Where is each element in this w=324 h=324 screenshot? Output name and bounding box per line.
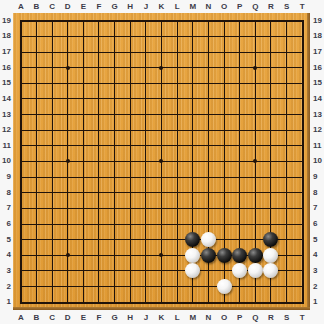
- intersection-O5[interactable]: [216, 232, 232, 248]
- intersection-H3[interactable]: [122, 263, 138, 279]
- intersection-F19[interactable]: [91, 13, 107, 29]
- intersection-E5[interactable]: [76, 232, 92, 248]
- intersection-S17[interactable]: [279, 44, 295, 60]
- intersection-F15[interactable]: [91, 76, 107, 92]
- intersection-G2[interactable]: [107, 279, 123, 295]
- intersection-H5[interactable]: [122, 232, 138, 248]
- intersection-E17[interactable]: [76, 44, 92, 60]
- intersection-J3[interactable]: [138, 263, 154, 279]
- intersection-P15[interactable]: [232, 76, 248, 92]
- intersection-L16[interactable]: [169, 60, 185, 76]
- intersection-K4[interactable]: [154, 247, 170, 263]
- intersection-F7[interactable]: [91, 201, 107, 217]
- intersection-B15[interactable]: [29, 76, 45, 92]
- intersection-G19[interactable]: [107, 13, 123, 29]
- intersection-E13[interactable]: [76, 107, 92, 123]
- intersection-S6[interactable]: [279, 216, 295, 232]
- intersection-K5[interactable]: [154, 232, 170, 248]
- intersection-A16[interactable]: [13, 60, 29, 76]
- intersection-E3[interactable]: [76, 263, 92, 279]
- intersection-F6[interactable]: [91, 216, 107, 232]
- intersection-D19[interactable]: [60, 13, 76, 29]
- intersection-L9[interactable]: [169, 169, 185, 185]
- intersection-N6[interactable]: [201, 216, 217, 232]
- intersection-H9[interactable]: [122, 169, 138, 185]
- intersection-L17[interactable]: [169, 44, 185, 60]
- intersection-Q6[interactable]: [247, 216, 263, 232]
- intersection-E2[interactable]: [76, 279, 92, 295]
- intersection-H2[interactable]: [122, 279, 138, 295]
- intersection-B2[interactable]: [29, 279, 45, 295]
- intersection-S16[interactable]: [279, 60, 295, 76]
- intersection-P11[interactable]: [232, 138, 248, 154]
- intersection-S10[interactable]: [279, 154, 295, 170]
- intersection-N18[interactable]: [201, 29, 217, 45]
- intersection-B10[interactable]: [29, 154, 45, 170]
- intersection-R11[interactable]: [263, 138, 279, 154]
- intersection-D4[interactable]: [60, 247, 76, 263]
- intersection-P9[interactable]: [232, 169, 248, 185]
- intersection-O13[interactable]: [216, 107, 232, 123]
- intersection-A13[interactable]: [13, 107, 29, 123]
- intersection-J4[interactable]: [138, 247, 154, 263]
- intersection-F10[interactable]: [91, 154, 107, 170]
- intersection-C14[interactable]: [44, 91, 60, 107]
- intersection-D17[interactable]: [60, 44, 76, 60]
- intersection-K12[interactable]: [154, 122, 170, 138]
- intersection-R8[interactable]: [263, 185, 279, 201]
- intersection-B18[interactable]: [29, 29, 45, 45]
- intersection-B14[interactable]: [29, 91, 45, 107]
- intersection-M19[interactable]: [185, 13, 201, 29]
- intersection-B13[interactable]: [29, 107, 45, 123]
- intersection-G10[interactable]: [107, 154, 123, 170]
- intersection-L5[interactable]: [169, 232, 185, 248]
- intersection-C10[interactable]: [44, 154, 60, 170]
- intersection-N13[interactable]: [201, 107, 217, 123]
- intersection-D13[interactable]: [60, 107, 76, 123]
- intersection-L10[interactable]: [169, 154, 185, 170]
- intersection-E15[interactable]: [76, 76, 92, 92]
- intersection-M16[interactable]: [185, 60, 201, 76]
- intersection-N11[interactable]: [201, 138, 217, 154]
- intersection-R19[interactable]: [263, 13, 279, 29]
- intersection-E7[interactable]: [76, 201, 92, 217]
- intersection-L7[interactable]: [169, 201, 185, 217]
- intersection-P13[interactable]: [232, 107, 248, 123]
- intersection-D12[interactable]: [60, 122, 76, 138]
- intersection-G13[interactable]: [107, 107, 123, 123]
- intersection-C7[interactable]: [44, 201, 60, 217]
- intersection-R13[interactable]: [263, 107, 279, 123]
- intersection-L4[interactable]: [169, 247, 185, 263]
- intersection-R10[interactable]: [263, 154, 279, 170]
- intersection-A17[interactable]: [13, 44, 29, 60]
- intersection-E9[interactable]: [76, 169, 92, 185]
- intersection-M4[interactable]: [185, 247, 201, 263]
- intersection-O9[interactable]: [216, 169, 232, 185]
- intersection-C2[interactable]: [44, 279, 60, 295]
- intersection-A11[interactable]: [13, 138, 29, 154]
- intersection-S8[interactable]: [279, 185, 295, 201]
- intersection-C19[interactable]: [44, 13, 60, 29]
- intersection-S3[interactable]: [279, 263, 295, 279]
- intersection-F12[interactable]: [91, 122, 107, 138]
- intersection-D8[interactable]: [60, 185, 76, 201]
- intersection-M10[interactable]: [185, 154, 201, 170]
- intersection-L3[interactable]: [169, 263, 185, 279]
- intersection-S2[interactable]: [279, 279, 295, 295]
- intersection-R12[interactable]: [263, 122, 279, 138]
- intersection-H10[interactable]: [122, 154, 138, 170]
- intersection-Q13[interactable]: [247, 107, 263, 123]
- intersection-D18[interactable]: [60, 29, 76, 45]
- intersection-R7[interactable]: [263, 201, 279, 217]
- intersection-Q16[interactable]: [247, 60, 263, 76]
- intersection-A7[interactable]: [13, 201, 29, 217]
- intersection-A18[interactable]: [13, 29, 29, 45]
- intersection-O4[interactable]: [216, 247, 232, 263]
- intersection-K3[interactable]: [154, 263, 170, 279]
- intersection-Q17[interactable]: [247, 44, 263, 60]
- intersection-A10[interactable]: [13, 154, 29, 170]
- intersection-Q5[interactable]: [247, 232, 263, 248]
- intersection-C17[interactable]: [44, 44, 60, 60]
- intersection-L13[interactable]: [169, 107, 185, 123]
- intersection-C13[interactable]: [44, 107, 60, 123]
- intersection-P10[interactable]: [232, 154, 248, 170]
- intersection-A3[interactable]: [13, 263, 29, 279]
- intersection-E14[interactable]: [76, 91, 92, 107]
- intersection-L19[interactable]: [169, 13, 185, 29]
- intersection-S14[interactable]: [279, 91, 295, 107]
- intersection-P16[interactable]: [232, 60, 248, 76]
- intersection-S5[interactable]: [279, 232, 295, 248]
- intersection-S13[interactable]: [279, 107, 295, 123]
- intersection-H7[interactable]: [122, 201, 138, 217]
- intersection-J6[interactable]: [138, 216, 154, 232]
- intersection-J2[interactable]: [138, 279, 154, 295]
- intersection-B5[interactable]: [29, 232, 45, 248]
- intersection-L15[interactable]: [169, 76, 185, 92]
- intersection-K9[interactable]: [154, 169, 170, 185]
- intersection-F18[interactable]: [91, 29, 107, 45]
- intersection-O18[interactable]: [216, 29, 232, 45]
- intersection-B16[interactable]: [29, 60, 45, 76]
- intersection-D3[interactable]: [60, 263, 76, 279]
- intersection-H4[interactable]: [122, 247, 138, 263]
- intersection-E12[interactable]: [76, 122, 92, 138]
- intersection-N15[interactable]: [201, 76, 217, 92]
- intersection-J18[interactable]: [138, 29, 154, 45]
- intersection-O14[interactable]: [216, 91, 232, 107]
- intersection-S9[interactable]: [279, 169, 295, 185]
- intersection-A15[interactable]: [13, 76, 29, 92]
- intersection-G11[interactable]: [107, 138, 123, 154]
- intersection-H6[interactable]: [122, 216, 138, 232]
- intersection-R16[interactable]: [263, 60, 279, 76]
- intersection-E6[interactable]: [76, 216, 92, 232]
- intersection-S12[interactable]: [279, 122, 295, 138]
- intersection-Q9[interactable]: [247, 169, 263, 185]
- intersection-Q15[interactable]: [247, 76, 263, 92]
- intersection-H15[interactable]: [122, 76, 138, 92]
- intersection-D5[interactable]: [60, 232, 76, 248]
- intersection-Q12[interactable]: [247, 122, 263, 138]
- intersection-H16[interactable]: [122, 60, 138, 76]
- intersection-B12[interactable]: [29, 122, 45, 138]
- intersection-E10[interactable]: [76, 154, 92, 170]
- intersection-L8[interactable]: [169, 185, 185, 201]
- intersection-Q2[interactable]: [247, 279, 263, 295]
- intersection-R2[interactable]: [263, 279, 279, 295]
- intersection-R5[interactable]: [263, 232, 279, 248]
- intersection-E18[interactable]: [76, 29, 92, 45]
- intersection-B4[interactable]: [29, 247, 45, 263]
- intersection-M8[interactable]: [185, 185, 201, 201]
- intersection-E19[interactable]: [76, 13, 92, 29]
- intersection-L2[interactable]: [169, 279, 185, 295]
- intersection-E11[interactable]: [76, 138, 92, 154]
- intersection-O17[interactable]: [216, 44, 232, 60]
- intersection-G5[interactable]: [107, 232, 123, 248]
- intersection-P18[interactable]: [232, 29, 248, 45]
- intersection-H8[interactable]: [122, 185, 138, 201]
- intersection-O16[interactable]: [216, 60, 232, 76]
- intersection-A9[interactable]: [13, 169, 29, 185]
- intersection-M11[interactable]: [185, 138, 201, 154]
- intersection-F9[interactable]: [91, 169, 107, 185]
- intersection-K8[interactable]: [154, 185, 170, 201]
- intersection-J9[interactable]: [138, 169, 154, 185]
- intersection-J11[interactable]: [138, 138, 154, 154]
- intersection-B8[interactable]: [29, 185, 45, 201]
- intersection-G16[interactable]: [107, 60, 123, 76]
- intersection-N12[interactable]: [201, 122, 217, 138]
- intersection-O7[interactable]: [216, 201, 232, 217]
- intersection-Q8[interactable]: [247, 185, 263, 201]
- intersection-C5[interactable]: [44, 232, 60, 248]
- intersection-M13[interactable]: [185, 107, 201, 123]
- intersection-G18[interactable]: [107, 29, 123, 45]
- intersection-Q19[interactable]: [247, 13, 263, 29]
- intersection-M18[interactable]: [185, 29, 201, 45]
- intersection-C9[interactable]: [44, 169, 60, 185]
- intersection-G3[interactable]: [107, 263, 123, 279]
- intersection-B6[interactable]: [29, 216, 45, 232]
- intersection-R15[interactable]: [263, 76, 279, 92]
- intersection-J16[interactable]: [138, 60, 154, 76]
- intersection-N3[interactable]: [201, 263, 217, 279]
- intersection-N14[interactable]: [201, 91, 217, 107]
- intersection-K6[interactable]: [154, 216, 170, 232]
- intersection-N10[interactable]: [201, 154, 217, 170]
- intersection-H11[interactable]: [122, 138, 138, 154]
- intersection-P14[interactable]: [232, 91, 248, 107]
- intersection-B19[interactable]: [29, 13, 45, 29]
- intersection-F3[interactable]: [91, 263, 107, 279]
- intersection-B17[interactable]: [29, 44, 45, 60]
- intersection-L12[interactable]: [169, 122, 185, 138]
- intersection-R14[interactable]: [263, 91, 279, 107]
- intersection-O12[interactable]: [216, 122, 232, 138]
- intersection-G7[interactable]: [107, 201, 123, 217]
- intersection-S19[interactable]: [279, 13, 295, 29]
- intersection-H13[interactable]: [122, 107, 138, 123]
- intersection-F14[interactable]: [91, 91, 107, 107]
- intersection-S11[interactable]: [279, 138, 295, 154]
- intersection-F4[interactable]: [91, 247, 107, 263]
- intersection-R6[interactable]: [263, 216, 279, 232]
- intersection-N16[interactable]: [201, 60, 217, 76]
- intersection-G17[interactable]: [107, 44, 123, 60]
- intersection-P4[interactable]: [232, 247, 248, 263]
- intersection-L14[interactable]: [169, 91, 185, 107]
- intersection-O2[interactable]: [216, 279, 232, 295]
- intersection-J13[interactable]: [138, 107, 154, 123]
- intersection-G12[interactable]: [107, 122, 123, 138]
- intersection-M17[interactable]: [185, 44, 201, 60]
- intersection-O8[interactable]: [216, 185, 232, 201]
- intersection-P5[interactable]: [232, 232, 248, 248]
- intersection-N19[interactable]: [201, 13, 217, 29]
- intersection-H17[interactable]: [122, 44, 138, 60]
- intersection-L6[interactable]: [169, 216, 185, 232]
- intersection-D15[interactable]: [60, 76, 76, 92]
- intersection-N2[interactable]: [201, 279, 217, 295]
- intersection-P7[interactable]: [232, 201, 248, 217]
- intersection-R18[interactable]: [263, 29, 279, 45]
- intersection-B11[interactable]: [29, 138, 45, 154]
- intersection-P3[interactable]: [232, 263, 248, 279]
- intersection-N5[interactable]: [201, 232, 217, 248]
- intersection-S18[interactable]: [279, 29, 295, 45]
- intersection-D2[interactable]: [60, 279, 76, 295]
- intersection-C18[interactable]: [44, 29, 60, 45]
- intersection-K18[interactable]: [154, 29, 170, 45]
- intersection-F17[interactable]: [91, 44, 107, 60]
- intersection-Q14[interactable]: [247, 91, 263, 107]
- intersection-K7[interactable]: [154, 201, 170, 217]
- intersection-B9[interactable]: [29, 169, 45, 185]
- intersection-P17[interactable]: [232, 44, 248, 60]
- intersection-S4[interactable]: [279, 247, 295, 263]
- intersection-D10[interactable]: [60, 154, 76, 170]
- intersection-J15[interactable]: [138, 76, 154, 92]
- intersection-Q7[interactable]: [247, 201, 263, 217]
- intersection-K11[interactable]: [154, 138, 170, 154]
- intersection-F16[interactable]: [91, 60, 107, 76]
- intersection-D6[interactable]: [60, 216, 76, 232]
- intersection-C11[interactable]: [44, 138, 60, 154]
- intersection-P19[interactable]: [232, 13, 248, 29]
- intersection-P8[interactable]: [232, 185, 248, 201]
- intersection-P12[interactable]: [232, 122, 248, 138]
- intersection-H12[interactable]: [122, 122, 138, 138]
- intersection-H14[interactable]: [122, 91, 138, 107]
- intersection-M2[interactable]: [185, 279, 201, 295]
- intersection-M9[interactable]: [185, 169, 201, 185]
- intersection-O11[interactable]: [216, 138, 232, 154]
- intersection-J12[interactable]: [138, 122, 154, 138]
- intersection-R3[interactable]: [263, 263, 279, 279]
- intersection-C8[interactable]: [44, 185, 60, 201]
- intersection-H19[interactable]: [122, 13, 138, 29]
- intersection-D9[interactable]: [60, 169, 76, 185]
- intersection-N4[interactable]: [201, 247, 217, 263]
- intersection-M15[interactable]: [185, 76, 201, 92]
- intersection-J5[interactable]: [138, 232, 154, 248]
- intersection-R9[interactable]: [263, 169, 279, 185]
- intersection-N8[interactable]: [201, 185, 217, 201]
- intersection-C6[interactable]: [44, 216, 60, 232]
- intersection-O15[interactable]: [216, 76, 232, 92]
- intersection-K14[interactable]: [154, 91, 170, 107]
- intersection-Q3[interactable]: [247, 263, 263, 279]
- intersection-L18[interactable]: [169, 29, 185, 45]
- intersection-L11[interactable]: [169, 138, 185, 154]
- intersection-A19[interactable]: [13, 13, 29, 29]
- intersection-K13[interactable]: [154, 107, 170, 123]
- intersection-A2[interactable]: [13, 279, 29, 295]
- intersection-J7[interactable]: [138, 201, 154, 217]
- intersection-Q10[interactable]: [247, 154, 263, 170]
- intersection-A12[interactable]: [13, 122, 29, 138]
- intersection-O10[interactable]: [216, 154, 232, 170]
- intersection-G15[interactable]: [107, 76, 123, 92]
- intersection-K2[interactable]: [154, 279, 170, 295]
- intersection-G4[interactable]: [107, 247, 123, 263]
- intersection-K10[interactable]: [154, 154, 170, 170]
- intersection-G8[interactable]: [107, 185, 123, 201]
- intersection-K15[interactable]: [154, 76, 170, 92]
- intersection-C16[interactable]: [44, 60, 60, 76]
- intersection-J19[interactable]: [138, 13, 154, 29]
- intersection-G9[interactable]: [107, 169, 123, 185]
- intersection-D7[interactable]: [60, 201, 76, 217]
- intersection-N17[interactable]: [201, 44, 217, 60]
- intersection-O19[interactable]: [216, 13, 232, 29]
- intersection-F8[interactable]: [91, 185, 107, 201]
- intersection-N9[interactable]: [201, 169, 217, 185]
- intersection-C4[interactable]: [44, 247, 60, 263]
- intersection-D14[interactable]: [60, 91, 76, 107]
- intersection-A4[interactable]: [13, 247, 29, 263]
- intersection-C3[interactable]: [44, 263, 60, 279]
- intersection-A6[interactable]: [13, 216, 29, 232]
- intersection-A8[interactable]: [13, 185, 29, 201]
- intersection-F13[interactable]: [91, 107, 107, 123]
- intersection-J17[interactable]: [138, 44, 154, 60]
- intersection-R17[interactable]: [263, 44, 279, 60]
- intersection-H18[interactable]: [122, 29, 138, 45]
- intersection-C15[interactable]: [44, 76, 60, 92]
- intersection-J8[interactable]: [138, 185, 154, 201]
- intersection-M3[interactable]: [185, 263, 201, 279]
- intersection-B7[interactable]: [29, 201, 45, 217]
- intersection-Q18[interactable]: [247, 29, 263, 45]
- intersection-F2[interactable]: [91, 279, 107, 295]
- intersection-P6[interactable]: [232, 216, 248, 232]
- intersection-A14[interactable]: [13, 91, 29, 107]
- intersection-E16[interactable]: [76, 60, 92, 76]
- intersection-O6[interactable]: [216, 216, 232, 232]
- intersection-K16[interactable]: [154, 60, 170, 76]
- intersection-E4[interactable]: [76, 247, 92, 263]
- intersection-M5[interactable]: [185, 232, 201, 248]
- intersection-M7[interactable]: [185, 201, 201, 217]
- intersection-J14[interactable]: [138, 91, 154, 107]
